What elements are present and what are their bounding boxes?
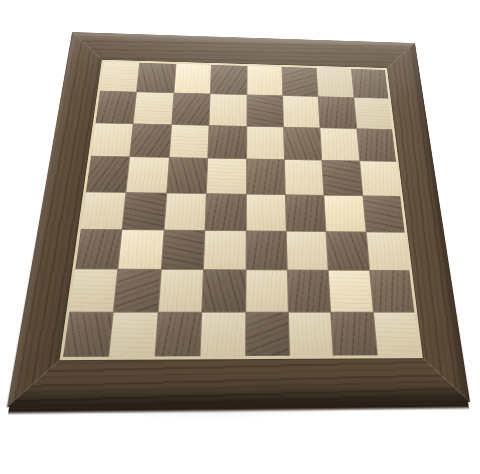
square-e7 — [247, 95, 283, 126]
square-f3 — [287, 232, 328, 270]
square-b4 — [123, 193, 166, 230]
square-d4 — [206, 194, 246, 231]
square-d2 — [202, 270, 245, 311]
square-b8 — [137, 63, 175, 93]
square-e2 — [246, 270, 288, 311]
square-b2 — [114, 270, 160, 312]
board-photo-scene — [0, 0, 480, 474]
square-h2 — [370, 271, 414, 311]
square-c8 — [174, 64, 211, 94]
square-g6 — [321, 128, 359, 161]
square-d8 — [211, 65, 247, 95]
square-a2 — [69, 270, 117, 312]
square-g3 — [327, 232, 369, 270]
square-a3 — [75, 230, 121, 269]
square-b5 — [127, 157, 169, 192]
square-f7 — [283, 96, 320, 127]
square-a4 — [81, 192, 126, 229]
square-e6 — [247, 126, 284, 159]
square-h6 — [357, 129, 396, 161]
square-c6 — [170, 125, 209, 158]
square-a5 — [86, 157, 129, 192]
square-d3 — [204, 231, 245, 270]
frame-bottom-rail — [7, 355, 470, 407]
square-h3 — [366, 232, 409, 270]
square-h8 — [351, 69, 388, 98]
square-b6 — [130, 124, 171, 157]
square-e5 — [246, 159, 284, 194]
square-e1 — [246, 312, 289, 356]
square-c2 — [159, 270, 203, 311]
square-a8 — [100, 62, 139, 92]
square-b7 — [134, 93, 173, 125]
square-a6 — [91, 123, 133, 156]
square-d6 — [208, 126, 246, 159]
square-g7 — [319, 97, 356, 128]
chessboard — [7, 32, 470, 407]
square-h1 — [374, 312, 420, 355]
square-c7 — [172, 94, 210, 125]
square-h7 — [354, 98, 392, 129]
square-f5 — [285, 160, 324, 194]
square-b3 — [119, 230, 164, 269]
square-f6 — [284, 127, 322, 160]
square-g8 — [317, 68, 353, 97]
square-f8 — [282, 67, 318, 97]
square-d5 — [207, 159, 246, 194]
square-f2 — [288, 271, 331, 312]
square-g1 — [331, 312, 376, 355]
square-e4 — [246, 194, 285, 230]
square-a1 — [63, 312, 113, 357]
square-g5 — [322, 161, 362, 195]
square-f4 — [286, 195, 326, 231]
square-d7 — [210, 94, 247, 125]
square-b1 — [109, 312, 157, 356]
playing-field — [63, 62, 419, 357]
square-e8 — [247, 66, 282, 96]
maple-inlay-border — [60, 60, 423, 360]
square-d1 — [201, 312, 245, 356]
square-c5 — [167, 158, 207, 193]
square-g4 — [324, 195, 365, 231]
square-g2 — [329, 271, 373, 312]
square-e3 — [246, 231, 287, 270]
square-h4 — [363, 196, 405, 232]
square-a7 — [96, 92, 137, 124]
square-h5 — [360, 161, 400, 195]
square-c1 — [155, 312, 201, 356]
square-c3 — [162, 230, 205, 269]
square-f1 — [289, 312, 333, 355]
square-c4 — [164, 193, 206, 230]
